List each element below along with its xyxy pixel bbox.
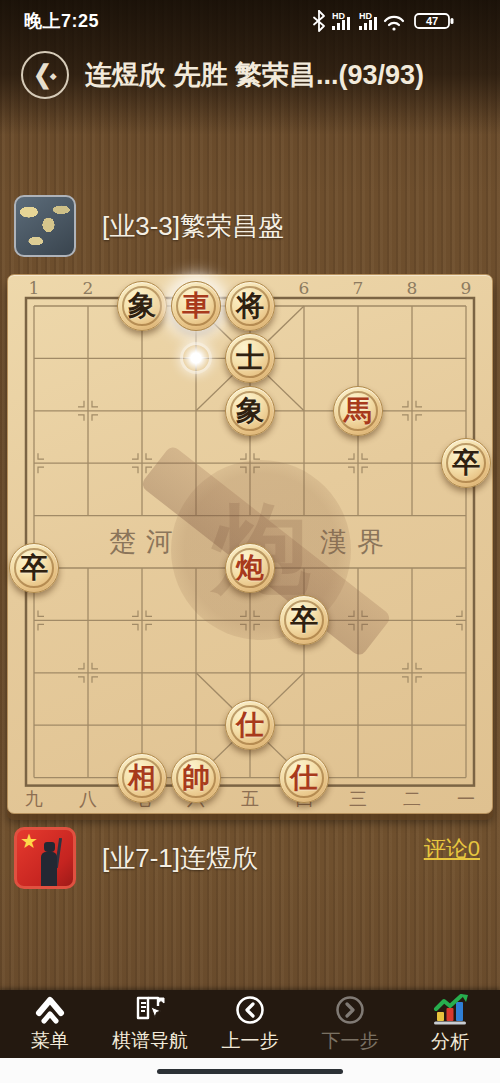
player-row-red: ★ [业7-1]连煜欣 评论0 xyxy=(14,824,486,892)
svg-text:五: 五 xyxy=(241,788,259,809)
svg-text:8: 8 xyxy=(407,278,418,298)
nav-kifu-navigation[interactable]: 棋谱导航 xyxy=(100,990,200,1058)
svg-text:HD: HD xyxy=(332,11,345,21)
piece-ring xyxy=(176,286,216,326)
player-row-black: [业3-3]繁荣昌盛 xyxy=(14,192,486,260)
nav-prev-move[interactable]: 上一步 xyxy=(200,990,300,1058)
piece-black-卒[interactable]: 卒 xyxy=(441,438,491,488)
nav-menu[interactable]: 菜单 xyxy=(0,990,100,1058)
book-navigation-icon xyxy=(132,995,168,1025)
app-screen: 晚上7:25 HD HD 47 xyxy=(0,0,500,1083)
svg-text:9: 9 xyxy=(461,278,472,298)
piece-ring xyxy=(122,286,162,326)
xiangqi-board[interactable]: 炮 123456789九八七六五四三二一楚河漢界 象車将士象馬卒卒炮卒仕相帥仕 xyxy=(7,274,493,814)
piece-ring xyxy=(176,758,216,798)
svg-text:2: 2 xyxy=(83,278,94,298)
svg-text:6: 6 xyxy=(299,278,310,298)
next-circle-icon xyxy=(335,995,365,1025)
red-player-avatar[interactable]: ★ xyxy=(14,827,76,889)
title-bar: ❮ ◆ 连煜欣 先胜 繁荣昌...(93/93) xyxy=(0,46,500,104)
status-bar: 晚上7:25 HD HD 47 xyxy=(0,0,500,40)
prev-circle-icon xyxy=(235,995,265,1025)
piece-ring xyxy=(338,391,378,431)
piece-red-相[interactable]: 相 xyxy=(117,753,167,803)
svg-text:47: 47 xyxy=(426,15,438,27)
piece-ring xyxy=(284,758,324,798)
page-title: 连煜欣 先胜 繁荣昌...(93/93) xyxy=(85,46,424,104)
bluetooth-icon xyxy=(314,11,324,31)
svg-text:HD: HD xyxy=(359,11,372,21)
svg-text:八: 八 xyxy=(79,788,97,809)
bottom-navbar: 菜单 棋谱导航 上一步 下一步 xyxy=(0,990,500,1058)
svg-text:1: 1 xyxy=(29,278,40,298)
piece-red-炮[interactable]: 炮 xyxy=(225,543,275,593)
piece-ring xyxy=(230,391,270,431)
home-indicator[interactable] xyxy=(157,1069,343,1074)
piece-red-馬[interactable]: 馬 xyxy=(333,386,383,436)
piece-red-帥[interactable]: 帥 xyxy=(171,753,221,803)
piece-black-卒[interactable]: 卒 xyxy=(9,543,59,593)
black-player-name: [业3-3]繁荣昌盛 xyxy=(102,209,284,244)
flag-star-icon: ★ xyxy=(20,829,38,853)
back-button[interactable]: ❮ ◆ xyxy=(21,51,69,99)
comments-link[interactable]: 评论0 xyxy=(424,834,480,864)
black-player-avatar[interactable] xyxy=(14,195,76,257)
battery-icon: 47 xyxy=(415,14,454,28)
piece-black-将[interactable]: 将 xyxy=(225,281,275,331)
menu-chevrons-icon xyxy=(33,995,67,1025)
svg-text:九: 九 xyxy=(25,788,43,809)
piece-ring xyxy=(284,600,324,640)
analysis-chart-icon xyxy=(432,994,468,1026)
piece-ring xyxy=(122,758,162,798)
svg-text:二: 二 xyxy=(403,788,421,809)
hd-signal-icon: HD xyxy=(332,11,350,30)
piece-ring xyxy=(230,705,270,745)
piece-red-車[interactable]: 車 xyxy=(171,281,221,331)
status-time: 晚上7:25 xyxy=(24,9,99,33)
piece-ring xyxy=(230,338,270,378)
piece-ring xyxy=(230,286,270,326)
svg-text:楚河: 楚河 xyxy=(109,526,183,557)
nav-next-move[interactable]: 下一步 xyxy=(300,990,400,1058)
status-icons: HD HD 47 xyxy=(312,9,480,33)
gesture-area xyxy=(0,1058,500,1083)
piece-ring xyxy=(14,548,54,588)
piece-ring xyxy=(446,443,486,483)
piece-red-仕[interactable]: 仕 xyxy=(225,700,275,750)
svg-text:7: 7 xyxy=(353,278,364,298)
back-chevron-icon: ❮ xyxy=(33,62,51,87)
wifi-icon xyxy=(385,17,403,31)
svg-text:漢界: 漢界 xyxy=(320,526,394,557)
svg-text:三: 三 xyxy=(349,788,367,809)
svg-text:一: 一 xyxy=(457,788,475,809)
piece-ring xyxy=(230,548,270,588)
nav-analyze[interactable]: 分析 xyxy=(400,990,500,1058)
hd-signal-icon: HD xyxy=(359,11,377,30)
red-player-name: [业7-1]连煜欣 xyxy=(102,841,258,876)
piece-black-象[interactable]: 象 xyxy=(225,386,275,436)
piece-red-仕[interactable]: 仕 xyxy=(279,753,329,803)
piece-black-象[interactable]: 象 xyxy=(117,281,167,331)
